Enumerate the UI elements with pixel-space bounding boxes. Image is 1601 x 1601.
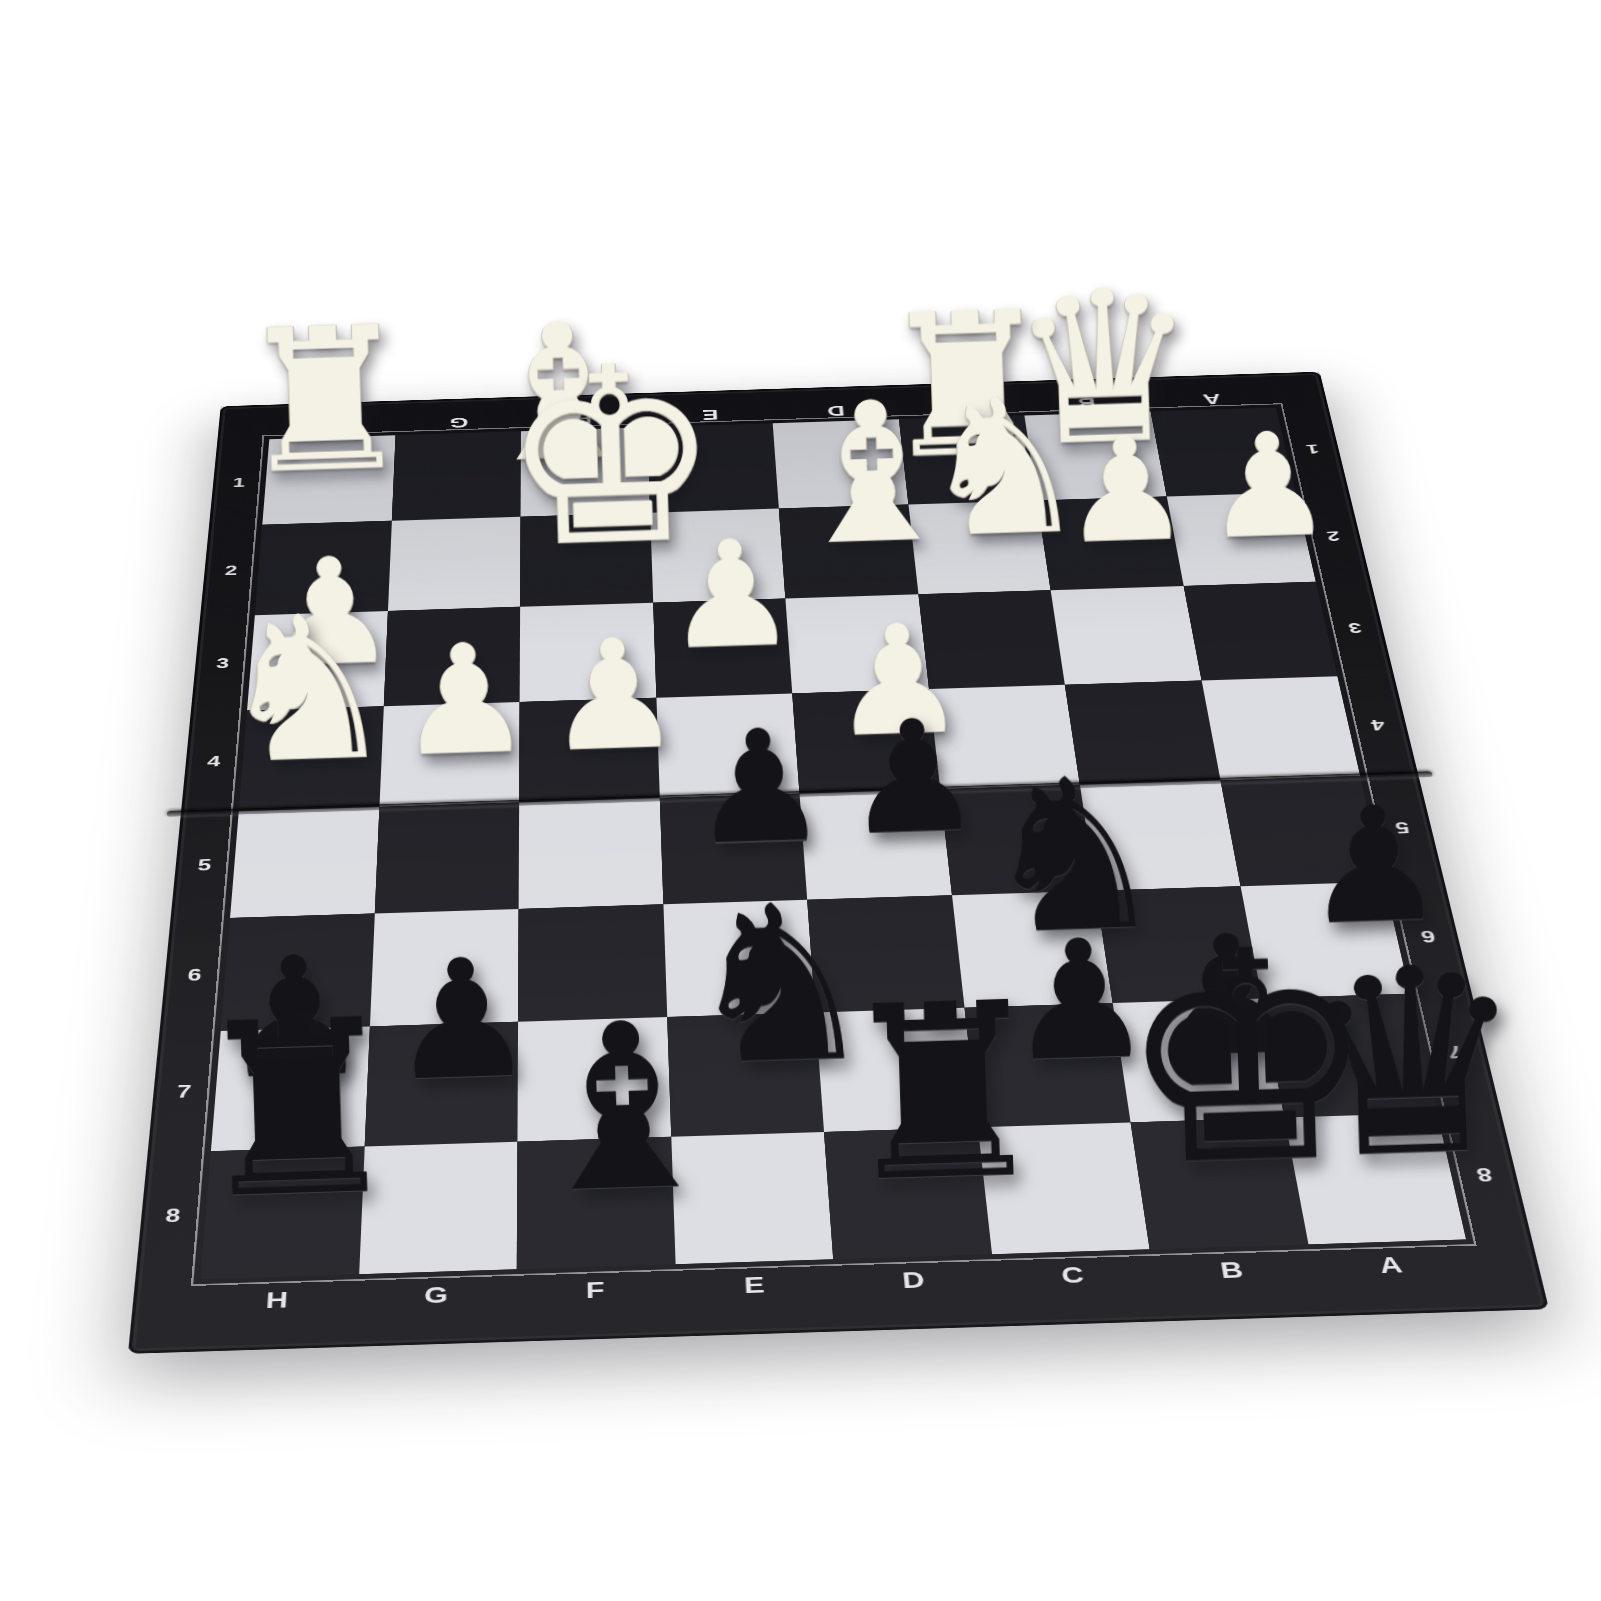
piece-black-pawn-d5[interactable]: ♟ — [841, 699, 984, 858]
piece-white-pawn-a2[interactable]: ♟ — [1202, 413, 1334, 559]
piece-white-pawn-f4[interactable]: ♟ — [544, 618, 684, 773]
rank-label-left-5: 5 — [170, 811, 238, 920]
file-label-bottom-D: D — [833, 1254, 999, 1331]
file-label-bottom-C: C — [991, 1249, 1160, 1326]
piece-white-pawn-b2[interactable]: ♟ — [1060, 418, 1192, 564]
piece-black-pawn-g7[interactable]: ♟ — [386, 936, 538, 1105]
file-label-bottom-E: E — [675, 1259, 838, 1336]
file-label-bottom-G: G — [355, 1269, 516, 1346]
file-label-bottom-H: H — [194, 1274, 358, 1352]
piece-black-rook-d8[interactable]: ♜ — [833, 970, 1055, 1216]
square-a4[interactable] — [1201, 676, 1360, 780]
board-tilt-wrapper: ♜♝♜♛♟♟♞♝♚♟♟♞♟♟♟♟♟♞♟♟♟♟♟♞♜♝♜♚♛ 11HH22GG33… — [0, 0, 1601, 1601]
square-g5[interactable] — [374, 802, 519, 913]
square-f5[interactable] — [519, 798, 663, 909]
square-g2[interactable] — [387, 517, 520, 611]
product-photo-background: ♜♝♜♛♟♟♞♝♚♟♟♞♟♟♟♟♟♞♟♟♟♟♟♞♜♝♜♚♛ 11HH22GG33… — [0, 0, 1601, 1601]
piece-black-rook-h8[interactable]: ♜ — [186, 986, 408, 1232]
square-a3[interactable] — [1183, 582, 1337, 681]
file-label-bottom-A: A — [1308, 1239, 1483, 1316]
playing-area: ♜♝♜♛♟♟♞♝♚♟♟♞♟♟♟♟♟♞♟♟♟♟♟♞♜♝♜♚♛ — [200, 408, 1466, 1280]
piece-black-pawn-e5[interactable]: ♟ — [688, 709, 831, 868]
chess-board: ♜♝♜♛♟♟♞♝♚♟♟♞♟♟♟♟♟♞♟♟♟♟♟♞♜♝♜♚♛ 11HH22GG33… — [128, 372, 1549, 1354]
square-h5[interactable] — [230, 807, 379, 918]
file-label-bottom-B: B — [1150, 1244, 1322, 1321]
piece-white-bishop-d2[interactable]: ♝ — [784, 375, 962, 572]
piece-black-king-b8[interactable]: ♚ — [1114, 909, 1383, 1207]
perspective-scene: ♜♝♜♛♟♟♞♝♚♟♟♞♟♟♟♟♟♞♟♟♟♟♟♞♜♝♜♚♛ 11HH22GG33… — [157, 51, 1442, 1549]
square-b3[interactable] — [1051, 586, 1202, 685]
piece-black-bishop-f8[interactable]: ♝ — [517, 991, 729, 1226]
piece-white-knight-h4[interactable]: ♞ — [215, 587, 399, 791]
piece-white-rook-h1[interactable]: ♜ — [234, 299, 416, 501]
piece-white-pawn-g4[interactable]: ♟ — [394, 623, 534, 778]
file-label-bottom-F: F — [516, 1264, 677, 1341]
piece-white-pawn-e3[interactable]: ♟ — [663, 520, 799, 670]
